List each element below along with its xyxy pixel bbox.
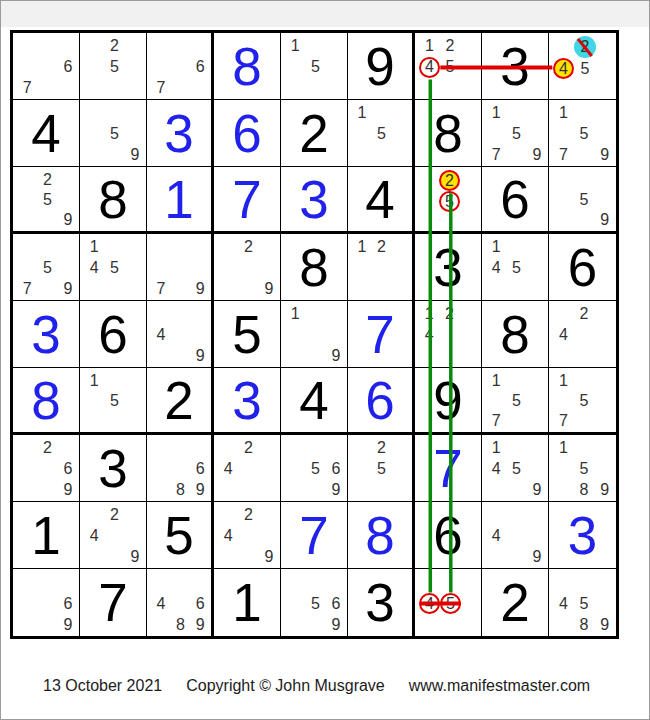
candidate-6: 6 [190, 593, 210, 614]
cell-r6c8: 157 [482, 368, 549, 435]
pencil-marks: 245 [549, 33, 616, 99]
candidate-2: 2 [574, 304, 595, 325]
pencil-marks: 67 [147, 33, 211, 99]
pencil-marks: 49 [482, 502, 548, 568]
cell-r8c1: 1 [13, 502, 80, 569]
cell-r7c6: 25 [348, 435, 415, 502]
candidate-2: 2 [238, 237, 258, 258]
cell-r1c3: 67 [147, 33, 214, 100]
candidate-7: 7 [17, 77, 37, 98]
cell-r4c3: 79 [147, 234, 214, 301]
pencil-marks: 59 [549, 167, 616, 231]
given-digit: 8 [415, 100, 481, 166]
given-digit: 2 [147, 368, 211, 432]
candidate-2: 2 [439, 170, 460, 191]
pencil-marks: 124 [415, 301, 481, 367]
given-digit: 5 [147, 502, 211, 568]
cell-r2c1: 4 [13, 100, 80, 167]
solved-digit: 7 [214, 167, 280, 231]
candidate-4: 4 [151, 593, 171, 614]
candidate-2: 2 [37, 438, 57, 459]
candidate-8: 8 [574, 614, 595, 635]
solved-digit: 3 [549, 502, 616, 568]
solved-digit: 3 [214, 368, 280, 432]
candidate-4: 4 [84, 258, 104, 279]
candidate-5: 5 [104, 391, 124, 411]
pencil-marks: 1245 [415, 33, 481, 99]
cell-r7c3: 689 [147, 435, 214, 502]
candidate-5: 5 [506, 391, 526, 411]
cell-r6c1: 8 [13, 368, 80, 435]
candidate-6: 6 [326, 593, 346, 614]
candidate-9: 9 [527, 479, 547, 500]
pencil-marks: 269 [13, 435, 79, 501]
candidate-9: 9 [58, 278, 78, 299]
cell-r8c5: 7 [281, 502, 348, 569]
solved-digit: 3 [281, 167, 347, 231]
candidate-5: 5 [104, 57, 124, 78]
candidate-1: 1 [553, 371, 574, 391]
cell-r5c8: 8 [482, 301, 549, 368]
cell-r3c8: 6 [482, 167, 549, 234]
pencil-marks: 1579 [549, 100, 616, 166]
cell-r6c5: 4 [281, 368, 348, 435]
cell-r9c9: 4589 [549, 569, 616, 636]
solved-digit: 8 [214, 33, 280, 99]
candidate-5: 5 [305, 593, 325, 614]
pencil-marks: 49 [147, 301, 211, 367]
cell-r5c7: 124 [415, 301, 482, 368]
given-digit: 5 [214, 301, 280, 367]
cell-r8c8: 49 [482, 502, 549, 569]
solved-digit: 3 [13, 301, 79, 367]
pencil-marks: 579 [13, 234, 79, 300]
candidate-5: 5 [440, 593, 461, 614]
cell-r1c7: 1245 [415, 33, 482, 100]
candidate-2: 2 [440, 36, 460, 57]
cell-r3c9: 59 [549, 167, 616, 234]
cell-r3c4: 7 [214, 167, 281, 234]
candidate-5: 5 [574, 58, 596, 79]
cell-r5c9: 24 [549, 301, 616, 368]
candidate-9: 9 [326, 479, 346, 500]
candidate-circle-red: 4 [419, 57, 440, 78]
candidate-2: 2 [238, 505, 258, 526]
cell-r2c4: 6 [214, 100, 281, 167]
candidate-1: 1 [486, 237, 506, 258]
cell-r1c8: 3 [482, 33, 549, 100]
cell-r6c3: 2 [147, 368, 214, 435]
cell-r7c2: 3 [80, 435, 147, 502]
given-digit: 2 [281, 100, 347, 166]
candidate-5: 5 [440, 57, 460, 78]
pencil-marks: 24 [549, 301, 616, 367]
footer: 13 October 2021 Copyright © John Musgrav… [43, 677, 590, 695]
candidate-5: 5 [574, 190, 595, 210]
candidate-5: 5 [305, 459, 325, 480]
candidate-1: 1 [352, 103, 372, 124]
candidate-6: 6 [190, 57, 210, 78]
pencil-marks: 15 [281, 33, 347, 99]
cell-r9c8: 2 [482, 569, 549, 636]
pencil-marks: 59 [80, 100, 146, 166]
candidate-7: 7 [151, 278, 171, 299]
candidate-9: 9 [190, 278, 210, 299]
candidate-4: 4 [419, 593, 440, 614]
cell-r2c3: 3 [147, 100, 214, 167]
cell-r8c9: 3 [549, 502, 616, 569]
candidate-9: 9 [190, 479, 210, 500]
cell-r1c9: 245 [549, 33, 616, 100]
cell-r3c3: 1 [147, 167, 214, 234]
candidate-5: 5 [372, 124, 392, 145]
cell-r3c6: 4 [348, 167, 415, 234]
candidate-4: 4 [553, 593, 574, 614]
candidate-9: 9 [527, 144, 547, 165]
pencil-marks: 569 [281, 569, 347, 636]
pencil-marks: 1589 [549, 435, 616, 501]
candidate-5: 5 [104, 124, 124, 145]
cell-r4c5: 8 [281, 234, 348, 301]
solved-digit: 3 [147, 100, 211, 166]
given-digit: 1 [13, 502, 79, 568]
candidate-1: 1 [486, 371, 506, 391]
cell-r8c7: 6 [415, 502, 482, 569]
pencil-marks: 15 [348, 100, 412, 166]
solved-digit: 7 [348, 301, 412, 367]
given-digit: 6 [549, 234, 616, 300]
pencil-marks: 25 [348, 435, 412, 501]
pencil-marks: 25 [415, 167, 481, 231]
given-digit: 6 [80, 301, 146, 367]
pencil-marks: 19 [281, 301, 347, 367]
pencil-marks: 45 [415, 569, 481, 636]
cell-r7c9: 1589 [549, 435, 616, 502]
candidate-8: 8 [171, 614, 191, 635]
pencil-marks: 4689 [147, 569, 211, 636]
footer-copyright: Copyright © John Musgrave [186, 677, 385, 695]
candidate-2: 2 [104, 36, 124, 57]
cell-r9c6: 3 [348, 569, 415, 636]
candidate-circle-red: 5 [439, 191, 460, 212]
cell-r1c2: 25 [80, 33, 147, 100]
pencil-marks: 1459 [482, 435, 548, 501]
cell-r4c9: 6 [549, 234, 616, 301]
candidate-4: 4 [218, 526, 238, 547]
given-digit: 3 [415, 234, 481, 300]
cell-r1c5: 15 [281, 33, 348, 100]
given-digit: 6 [482, 167, 548, 231]
pencil-marks: 145 [482, 234, 548, 300]
solved-digit: 8 [13, 368, 79, 432]
candidate-1: 1 [84, 237, 104, 258]
candidate-2: 2 [104, 505, 124, 526]
pencil-marks: 15 [80, 368, 146, 432]
candidate-7: 7 [17, 278, 37, 299]
candidate-9: 9 [190, 614, 210, 635]
candidate-1: 1 [419, 304, 439, 325]
candidate-2: 2 [238, 438, 258, 459]
cell-r6c9: 157 [549, 368, 616, 435]
cell-r5c2: 6 [80, 301, 147, 368]
candidate-6: 6 [58, 57, 78, 78]
candidate-5: 5 [372, 459, 392, 480]
candidate-9: 9 [326, 614, 346, 635]
candidate-5: 5 [305, 57, 325, 78]
candidate-7: 7 [553, 411, 574, 431]
cell-r8c2: 249 [80, 502, 147, 569]
cell-r4c7: 3 [415, 234, 482, 301]
candidate-9: 9 [326, 345, 346, 366]
given-digit: 3 [482, 33, 548, 99]
given-digit: 7 [80, 569, 146, 636]
given-digit: 8 [281, 234, 347, 300]
cell-r1c4: 8 [214, 33, 281, 100]
pencil-marks: 79 [147, 234, 211, 300]
candidate-9: 9 [527, 546, 547, 567]
pencil-marks: 24 [214, 435, 280, 501]
cell-r9c2: 7 [80, 569, 147, 636]
cell-r4c6: 12 [348, 234, 415, 301]
cell-r9c5: 569 [281, 569, 348, 636]
candidate-7: 7 [151, 77, 171, 98]
candidate-9: 9 [58, 479, 78, 500]
given-digit: 9 [415, 368, 481, 432]
candidate-6: 6 [326, 459, 346, 480]
candidate-1: 1 [553, 438, 574, 459]
candidate-5: 5 [574, 391, 595, 411]
candidate-2: 2 [372, 237, 392, 258]
cell-r5c3: 49 [147, 301, 214, 368]
candidate-4: 4 [419, 325, 439, 346]
candidate-1: 1 [553, 103, 574, 124]
pencil-marks: 12 [348, 234, 412, 300]
cell-r3c1: 259 [13, 167, 80, 234]
candidate-4: 4 [84, 526, 104, 547]
candidate-1: 1 [352, 237, 372, 258]
solved-digit: 7 [281, 502, 347, 568]
cell-r9c4: 1 [214, 569, 281, 636]
candidate-7: 7 [486, 411, 506, 431]
cell-r9c7: 45 [415, 569, 482, 636]
solved-digit: 6 [214, 100, 280, 166]
solved-digit: 6 [348, 368, 412, 432]
cell-r8c3: 5 [147, 502, 214, 569]
candidate-circle-yellow: 2 [439, 170, 460, 191]
cell-r3c2: 8 [80, 167, 147, 234]
candidate-circle-red: 4 [419, 593, 440, 614]
given-digit: 4 [13, 100, 79, 166]
candidate-4: 4 [553, 58, 574, 79]
solved-digit: 1 [147, 167, 211, 231]
pencil-marks: 689 [147, 435, 211, 501]
cell-r8c6: 8 [348, 502, 415, 569]
candidate-9: 9 [594, 210, 615, 230]
pencil-marks: 249 [214, 502, 280, 568]
candidate-7: 7 [486, 144, 506, 165]
cell-r4c2: 145 [80, 234, 147, 301]
top-strip [1, 1, 649, 27]
cell-r1c6: 9 [348, 33, 415, 100]
candidate-1: 1 [486, 438, 506, 459]
cell-r7c4: 24 [214, 435, 281, 502]
candidate-5: 5 [506, 258, 526, 279]
cell-r2c5: 2 [281, 100, 348, 167]
cell-r2c2: 59 [80, 100, 147, 167]
candidate-9: 9 [594, 144, 615, 165]
candidate-2: 2 [574, 36, 596, 58]
pencil-marks: 157 [549, 368, 616, 432]
candidate-5: 5 [574, 459, 595, 480]
candidate-1: 1 [285, 36, 305, 57]
cell-r6c4: 3 [214, 368, 281, 435]
candidate-9: 9 [125, 144, 145, 165]
given-digit: 8 [80, 167, 146, 231]
cell-r5c4: 5 [214, 301, 281, 368]
candidate-5: 5 [574, 593, 595, 614]
given-digit: 2 [482, 569, 548, 636]
pencil-marks: 249 [80, 502, 146, 568]
candidate-1: 1 [419, 36, 440, 57]
candidate-circle-red: 5 [440, 593, 461, 614]
pencil-marks: 29 [214, 234, 280, 300]
candidate-9: 9 [190, 345, 210, 366]
eliminated-candidate-highlight: 2 [574, 36, 596, 58]
cell-r6c7: 9 [415, 368, 482, 435]
candidate-6: 6 [58, 593, 78, 614]
given-digit: 8 [482, 301, 548, 367]
candidate-5: 5 [439, 191, 460, 212]
candidate-4: 4 [553, 325, 574, 346]
pencil-marks: 145 [80, 234, 146, 300]
candidate-2: 2 [372, 438, 392, 459]
given-digit: 4 [348, 167, 412, 231]
pencil-marks: 1579 [482, 100, 548, 166]
cell-r5c1: 3 [13, 301, 80, 368]
cell-r9c3: 4689 [147, 569, 214, 636]
candidate-9: 9 [594, 614, 615, 635]
cell-r4c4: 29 [214, 234, 281, 301]
candidate-4: 4 [486, 258, 506, 279]
sudoku-page: 6725678159124532454593621581579157925981… [0, 0, 650, 720]
candidate-4: 4 [486, 459, 506, 480]
pencil-marks: 569 [281, 435, 347, 501]
candidate-9: 9 [58, 614, 78, 635]
solved-digit: 7 [415, 435, 481, 501]
candidate-1: 1 [84, 371, 104, 391]
cell-r4c8: 145 [482, 234, 549, 301]
candidate-5: 5 [104, 258, 124, 279]
cell-r6c2: 15 [80, 368, 147, 435]
candidate-9: 9 [259, 546, 279, 567]
pencil-marks: 25 [80, 33, 146, 99]
cell-r2c9: 1579 [549, 100, 616, 167]
pencil-marks: 259 [13, 167, 79, 231]
candidate-9: 9 [594, 479, 615, 500]
candidate-7: 7 [553, 144, 574, 165]
given-digit: 1 [214, 569, 280, 636]
candidate-4: 4 [419, 57, 440, 78]
given-digit: 3 [80, 435, 146, 501]
given-digit: 4 [281, 368, 347, 432]
candidate-8: 8 [574, 479, 595, 500]
cell-r7c7: 7 [415, 435, 482, 502]
given-digit: 3 [348, 569, 412, 636]
cell-r3c5: 3 [281, 167, 348, 234]
cell-r3c7: 25 [415, 167, 482, 234]
candidate-5: 5 [506, 124, 526, 145]
cell-r5c6: 7 [348, 301, 415, 368]
footer-date: 13 October 2021 [43, 677, 162, 695]
candidate-6: 6 [190, 459, 210, 480]
pencil-marks: 4589 [549, 569, 616, 636]
candidate-9: 9 [125, 546, 145, 567]
candidate-circle-yellow: 4 [553, 58, 574, 79]
candidate-8: 8 [171, 479, 191, 500]
cell-r1c1: 67 [13, 33, 80, 100]
candidate-2: 2 [37, 170, 57, 190]
candidate-5: 5 [506, 459, 526, 480]
cell-r2c7: 8 [415, 100, 482, 167]
candidate-1: 1 [285, 304, 305, 325]
cell-r2c6: 15 [348, 100, 415, 167]
candidate-9: 9 [259, 278, 279, 299]
pencil-marks: 157 [482, 368, 548, 432]
cell-r4c1: 579 [13, 234, 80, 301]
cell-r5c5: 19 [281, 301, 348, 368]
cell-r7c1: 269 [13, 435, 80, 502]
cell-r2c8: 1579 [482, 100, 549, 167]
pencil-marks: 67 [13, 33, 79, 99]
candidate-5: 5 [574, 124, 595, 145]
footer-website: www.manifestmaster.com [409, 677, 590, 695]
given-digit: 9 [348, 33, 412, 99]
cell-r9c1: 69 [13, 569, 80, 636]
candidate-9: 9 [58, 210, 78, 230]
candidate-5: 5 [37, 190, 57, 210]
candidate-4: 4 [486, 526, 506, 547]
candidate-6: 6 [58, 459, 78, 480]
candidate-2: 2 [439, 304, 459, 325]
candidate-4: 4 [218, 459, 238, 480]
cell-r7c5: 569 [281, 435, 348, 502]
pencil-marks: 69 [13, 569, 79, 636]
given-digit: 6 [415, 502, 481, 568]
candidate-4: 4 [151, 325, 171, 346]
cell-r8c4: 249 [214, 502, 281, 569]
solved-digit: 8 [348, 502, 412, 568]
sudoku-board: 6725678159124532454593621581579157925981… [10, 30, 619, 639]
cell-r7c8: 1459 [482, 435, 549, 502]
candidate-5: 5 [37, 258, 57, 279]
candidate-1: 1 [486, 103, 506, 124]
cell-r6c6: 6 [348, 368, 415, 435]
